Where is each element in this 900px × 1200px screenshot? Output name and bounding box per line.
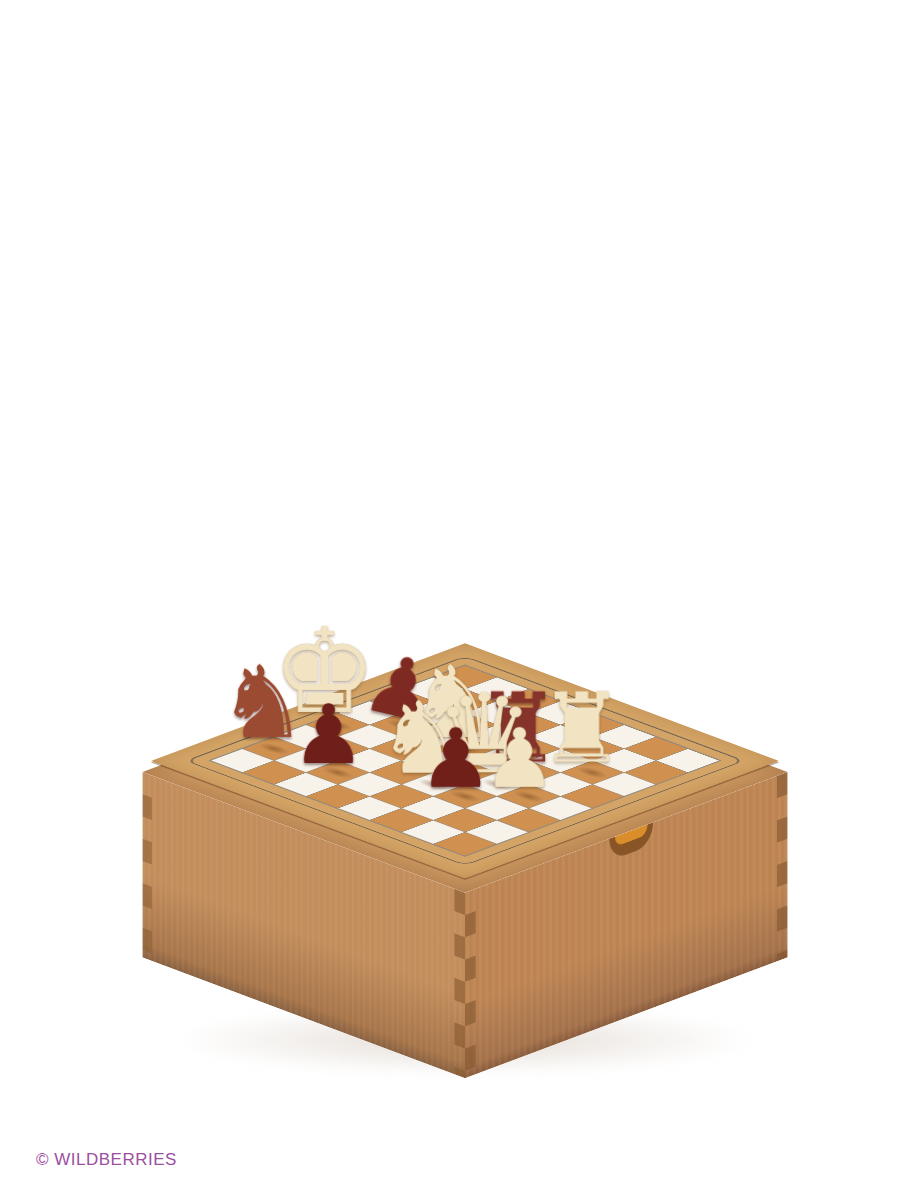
finger-joint-front-corner (454, 889, 465, 1078)
watermark: © WILDBERRIES (36, 1150, 177, 1170)
white-pawn: ♟ (483, 718, 557, 800)
finger-joint-right-corner (777, 772, 788, 961)
finger-joint-left-corner (143, 772, 152, 961)
finger-joint-front-corner-2 (465, 889, 476, 1078)
dark-pawn: ♟ (419, 718, 493, 800)
product-photo: ♜♟♞♜♚♛♟♞♟♞♟ © WILDBERRIES (0, 0, 900, 1200)
dark-pawn: ♟ (292, 694, 366, 776)
chess-box: ♜♟♞♜♚♛♟♞♟♞♟ (143, 651, 788, 893)
